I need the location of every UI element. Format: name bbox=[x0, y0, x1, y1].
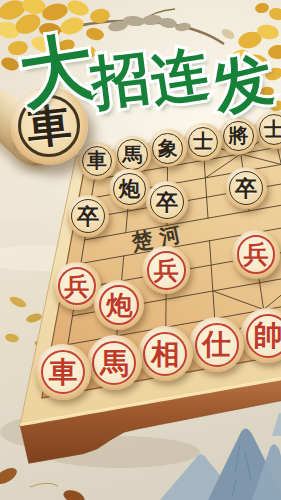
promo-screen: 楚河 士 將 士 象 馬 車 炮 卒 卒 卒 兵 兵 兵 炮 帥 仕 相 馬 車… bbox=[0, 0, 281, 500]
piece-black-soldier[interactable]: 卒 bbox=[225, 167, 267, 209]
piece-face: 帥 bbox=[246, 314, 281, 358]
piece-red-elephant[interactable]: 相 bbox=[138, 326, 193, 381]
piece-face: 士 bbox=[259, 114, 281, 144]
piece-black-elephant[interactable]: 象 bbox=[149, 129, 187, 167]
piece-face: 士 bbox=[188, 127, 218, 157]
piece-face: 炮 bbox=[113, 173, 146, 206]
piece-red-soldier[interactable]: 兵 bbox=[232, 230, 280, 278]
decor-corner-piece-face: 車 bbox=[18, 95, 80, 157]
piece-face: 卒 bbox=[150, 185, 184, 219]
piece-face: 相 bbox=[143, 332, 187, 376]
piece-red-chariot[interactable]: 車 bbox=[35, 344, 90, 399]
piece-face: 將 bbox=[223, 121, 253, 151]
piece-face: 象 bbox=[152, 133, 182, 163]
piece-face: 炮 bbox=[99, 285, 139, 325]
piece-black-cannon[interactable]: 炮 bbox=[109, 169, 150, 210]
piece-face: 馬 bbox=[92, 341, 136, 385]
piece-red-general[interactable]: 帥 bbox=[240, 308, 281, 363]
piece-face: 兵 bbox=[147, 251, 186, 290]
piece-face: 兵 bbox=[58, 267, 97, 306]
piece-red-horse[interactable]: 馬 bbox=[87, 335, 142, 390]
piece-black-general[interactable]: 將 bbox=[219, 117, 257, 155]
piece-red-soldier[interactable]: 兵 bbox=[142, 246, 190, 294]
piece-face: 卒 bbox=[229, 171, 263, 205]
piece-black-chariot[interactable]: 車 bbox=[78, 142, 116, 180]
piece-black-soldier[interactable]: 卒 bbox=[67, 195, 109, 237]
decor-corner-piece: 車 bbox=[10, 87, 88, 165]
piece-face: 馬 bbox=[117, 139, 147, 169]
pieces-layer: 士 將 士 象 馬 車 炮 卒 卒 卒 兵 兵 兵 炮 帥 仕 相 馬 車 bbox=[0, 0, 281, 500]
piece-face: 兵 bbox=[237, 235, 276, 274]
piece-black-horse[interactable]: 馬 bbox=[113, 136, 151, 174]
piece-red-cannon[interactable]: 炮 bbox=[94, 280, 144, 330]
piece-face: 車 bbox=[41, 350, 85, 394]
piece-face: 卒 bbox=[71, 199, 105, 233]
piece-red-advisor[interactable]: 仕 bbox=[189, 317, 244, 372]
piece-face: 仕 bbox=[195, 323, 239, 367]
piece-face: 車 bbox=[82, 146, 112, 176]
piece-black-advisor[interactable]: 士 bbox=[184, 123, 222, 161]
piece-black-soldier[interactable]: 卒 bbox=[146, 181, 188, 223]
decor-corner-piece-char: 車 bbox=[25, 102, 73, 150]
piece-black-advisor[interactable]: 士 bbox=[255, 111, 281, 149]
